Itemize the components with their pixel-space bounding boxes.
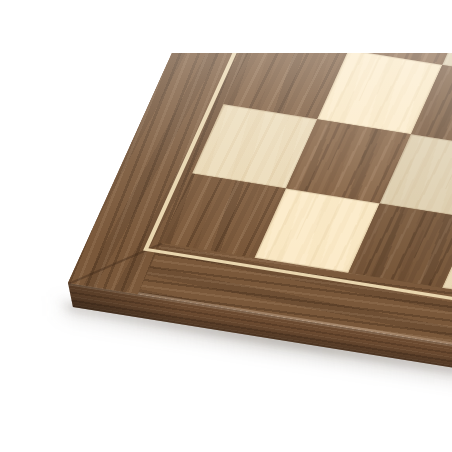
- product-photo-canvas: [0, 0, 452, 452]
- photo-area: [0, 53, 452, 400]
